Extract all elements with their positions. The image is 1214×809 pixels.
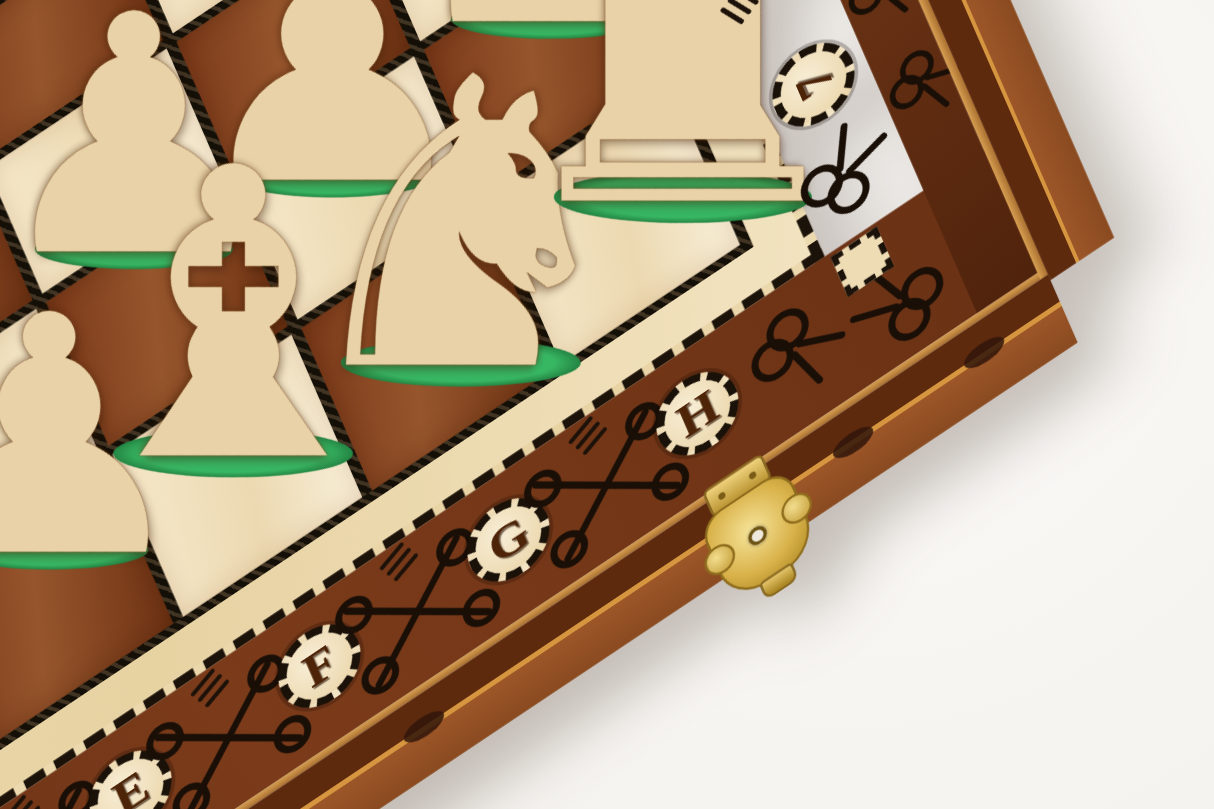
heart-swirl-icon bbox=[792, 118, 899, 218]
chess-box: ♟♟♟♟♝♞♜ E F G H bbox=[0, 0, 1167, 809]
file-label-h-text: H bbox=[670, 379, 726, 448]
side-scallop bbox=[400, 705, 447, 748]
rank-label-7-text: 7 bbox=[783, 57, 844, 112]
dash-marks-icon bbox=[720, 0, 760, 25]
file-label-e-text: E bbox=[105, 759, 156, 809]
photo-background: ♟♟♟♟♝♞♜ E F G H bbox=[0, 0, 1214, 809]
file-label-g-text: G bbox=[481, 505, 537, 574]
file-label-f-text: F bbox=[296, 634, 344, 698]
side-scallop bbox=[830, 421, 877, 464]
heart-swirl-icon bbox=[743, 303, 853, 396]
heart-swirl-icon bbox=[843, 0, 929, 22]
side-scallop bbox=[961, 331, 1008, 374]
